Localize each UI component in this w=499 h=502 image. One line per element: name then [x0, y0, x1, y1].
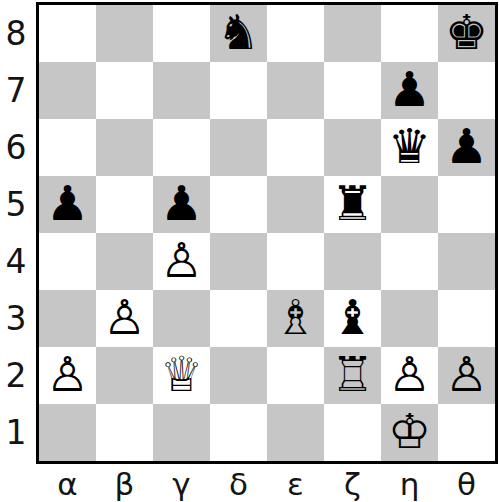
black-pawn-piece: ♟: [160, 179, 203, 227]
square-γ2[interactable]: ♕: [153, 347, 210, 404]
square-ζ4[interactable]: [324, 233, 381, 290]
square-δ3[interactable]: [210, 290, 267, 347]
file-label-6: η: [381, 466, 438, 502]
square-ζ5[interactable]: ♜: [324, 176, 381, 233]
square-δ8[interactable]: ♞: [210, 5, 267, 62]
black-bishop-piece: ♝: [331, 293, 374, 341]
file-label-5: ζ: [324, 466, 381, 502]
square-θ1[interactable]: [438, 404, 495, 461]
square-η6[interactable]: ♛: [381, 119, 438, 176]
square-ε5[interactable]: [267, 176, 324, 233]
square-θ4[interactable]: [438, 233, 495, 290]
square-θ3[interactable]: [438, 290, 495, 347]
file-label-2: γ: [153, 466, 210, 502]
square-η8[interactable]: [381, 5, 438, 62]
square-α5[interactable]: ♟: [39, 176, 96, 233]
square-η7[interactable]: ♟: [381, 62, 438, 119]
rank-label-7: 7: [0, 62, 32, 119]
rank-label-8: 8: [0, 5, 32, 62]
square-δ6[interactable]: [210, 119, 267, 176]
square-γ5[interactable]: ♟: [153, 176, 210, 233]
white-pawn-piece: ♙: [46, 350, 89, 398]
square-γ7[interactable]: [153, 62, 210, 119]
square-α4[interactable]: [39, 233, 96, 290]
square-ζ7[interactable]: [324, 62, 381, 119]
square-β6[interactable]: [96, 119, 153, 176]
white-pawn-piece: ♙: [103, 293, 146, 341]
square-δ1[interactable]: [210, 404, 267, 461]
square-β3[interactable]: ♙: [96, 290, 153, 347]
file-label-7: θ: [438, 466, 495, 502]
file-label-3: δ: [210, 466, 267, 502]
square-θ8[interactable]: ♚: [438, 5, 495, 62]
square-β7[interactable]: [96, 62, 153, 119]
square-η4[interactable]: [381, 233, 438, 290]
square-ε4[interactable]: [267, 233, 324, 290]
white-bishop-piece: ♗: [274, 293, 317, 341]
white-pawn-piece: ♙: [388, 350, 431, 398]
square-β4[interactable]: [96, 233, 153, 290]
square-η2[interactable]: ♙: [381, 347, 438, 404]
black-pawn-piece: ♟: [388, 65, 431, 113]
white-rook-piece: ♖: [331, 350, 374, 398]
white-pawn-piece: ♙: [445, 350, 488, 398]
file-label-1: β: [96, 466, 153, 502]
square-θ5[interactable]: [438, 176, 495, 233]
file-label-4: ε: [267, 466, 324, 502]
rank-label-5: 5: [0, 176, 32, 233]
square-ε6[interactable]: [267, 119, 324, 176]
black-king-piece: ♚: [445, 8, 488, 56]
square-β1[interactable]: [96, 404, 153, 461]
square-δ2[interactable]: [210, 347, 267, 404]
square-η3[interactable]: [381, 290, 438, 347]
black-pawn-piece: ♟: [445, 122, 488, 170]
black-knight-piece: ♞: [217, 8, 260, 56]
square-ε1[interactable]: [267, 404, 324, 461]
square-γ8[interactable]: [153, 5, 210, 62]
square-γ3[interactable]: [153, 290, 210, 347]
rank-label-4: 4: [0, 233, 32, 290]
square-ζ3[interactable]: ♝: [324, 290, 381, 347]
square-α6[interactable]: [39, 119, 96, 176]
rank-label-2: 2: [0, 347, 32, 404]
file-label-0: α: [39, 466, 96, 502]
square-ε8[interactable]: [267, 5, 324, 62]
square-θ2[interactable]: ♙: [438, 347, 495, 404]
square-α7[interactable]: [39, 62, 96, 119]
square-ε7[interactable]: [267, 62, 324, 119]
square-γ4[interactable]: ♙: [153, 233, 210, 290]
white-pawn-piece: ♙: [160, 236, 203, 284]
square-δ4[interactable]: [210, 233, 267, 290]
square-ζ8[interactable]: [324, 5, 381, 62]
chess-diagram: 87654321 ♞♚♟♛♟♟♟♜♙♙♗♝♙♕♖♙♙♔ αβγδεζηθ: [0, 0, 499, 502]
square-δ5[interactable]: [210, 176, 267, 233]
square-α1[interactable]: [39, 404, 96, 461]
square-ε3[interactable]: ♗: [267, 290, 324, 347]
square-η5[interactable]: [381, 176, 438, 233]
square-α2[interactable]: ♙: [39, 347, 96, 404]
square-α3[interactable]: [39, 290, 96, 347]
square-α8[interactable]: [39, 5, 96, 62]
black-pawn-piece: ♟: [46, 179, 89, 227]
square-β5[interactable]: [96, 176, 153, 233]
square-ζ2[interactable]: ♖: [324, 347, 381, 404]
chess-board: ♞♚♟♛♟♟♟♜♙♙♗♝♙♕♖♙♙♔: [36, 2, 498, 464]
square-γ1[interactable]: [153, 404, 210, 461]
square-γ6[interactable]: [153, 119, 210, 176]
square-β2[interactable]: [96, 347, 153, 404]
rank-labels: 87654321: [0, 5, 32, 461]
file-labels: αβγδεζηθ: [39, 466, 495, 502]
square-δ7[interactable]: [210, 62, 267, 119]
square-θ7[interactable]: [438, 62, 495, 119]
square-β8[interactable]: [96, 5, 153, 62]
rank-label-1: 1: [0, 404, 32, 461]
rank-label-3: 3: [0, 290, 32, 347]
square-θ6[interactable]: ♟: [438, 119, 495, 176]
black-rook-piece: ♜: [331, 179, 374, 227]
rank-label-6: 6: [0, 119, 32, 176]
square-ζ1[interactable]: [324, 404, 381, 461]
black-queen-piece: ♛: [388, 122, 431, 170]
white-king-piece: ♔: [388, 407, 431, 455]
square-ε2[interactable]: [267, 347, 324, 404]
square-η1[interactable]: ♔: [381, 404, 438, 461]
white-queen-piece: ♕: [160, 350, 203, 398]
square-ζ6[interactable]: [324, 119, 381, 176]
